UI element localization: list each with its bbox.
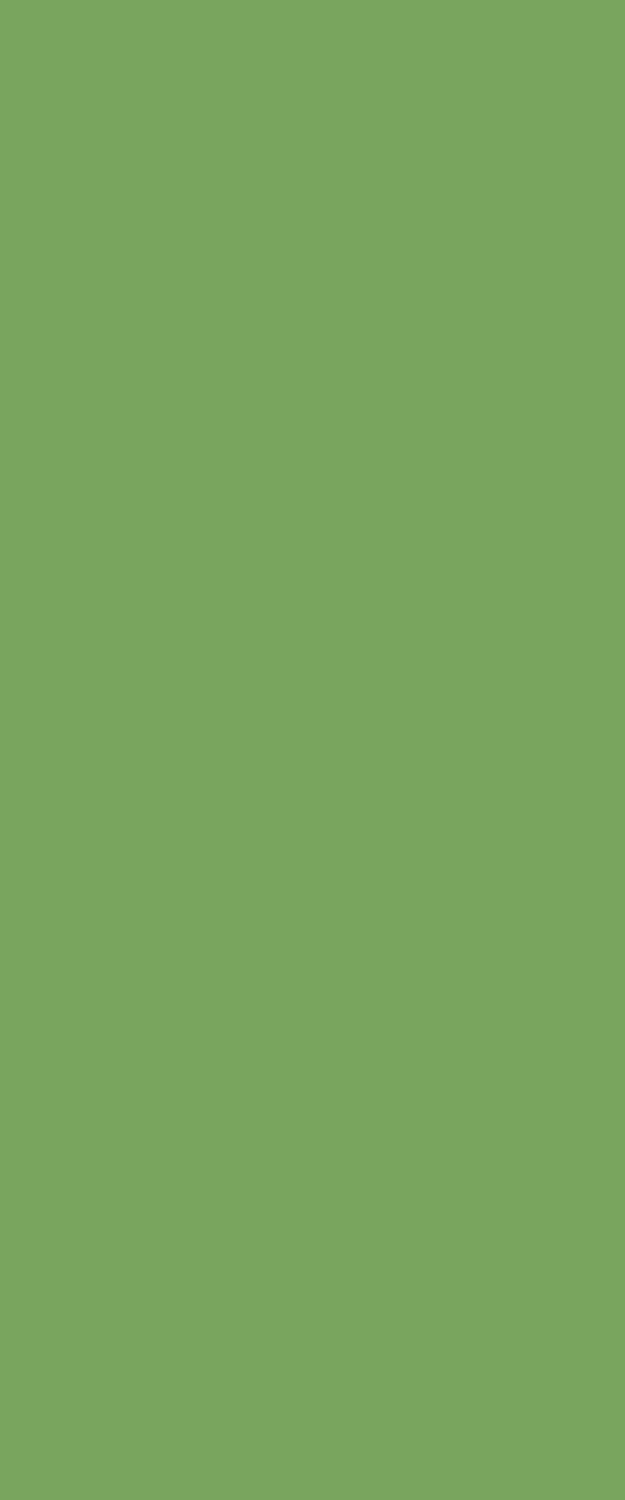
trend-lines-overlay xyxy=(0,0,625,1500)
lottery-trend-chart xyxy=(0,0,625,1500)
